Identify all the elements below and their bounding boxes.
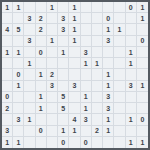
cell-r7c8[interactable] bbox=[92, 81, 103, 92]
cell-r5c8[interactable]: 1 bbox=[92, 58, 103, 69]
clue-grid: 1111013231014523111311301101311111012113… bbox=[2, 2, 148, 148]
cell-r5c1[interactable] bbox=[13, 58, 24, 69]
cell-r9c1[interactable] bbox=[13, 103, 24, 114]
cell-r4c2[interactable] bbox=[24, 47, 35, 58]
cell-r7c6[interactable]: 3 bbox=[69, 81, 80, 92]
cell-r11c3[interactable]: 0 bbox=[36, 126, 47, 137]
cell-r5c7[interactable]: 1 bbox=[81, 58, 92, 69]
cell-r3c0[interactable] bbox=[2, 36, 13, 47]
cell-r10c2[interactable]: 1 bbox=[24, 114, 35, 125]
cell-r0c4[interactable]: 1 bbox=[47, 2, 58, 13]
cell-r2c1[interactable]: 5 bbox=[13, 24, 24, 35]
puzzle-board: 1111013231014523111311301101311111012113… bbox=[0, 0, 150, 150]
cell-r5c3[interactable] bbox=[36, 58, 47, 69]
cell-r2c3[interactable]: 2 bbox=[36, 24, 47, 35]
cell-r10c6[interactable]: 4 bbox=[69, 114, 80, 125]
cell-r9c11[interactable] bbox=[126, 103, 137, 114]
cell-r7c11[interactable]: 3 bbox=[126, 81, 137, 92]
cell-r6c9[interactable]: 1 bbox=[103, 69, 114, 80]
cell-r8c10[interactable] bbox=[114, 92, 125, 103]
cell-r0c7[interactable] bbox=[81, 2, 92, 13]
cell-r3c1[interactable] bbox=[13, 36, 24, 47]
cell-r1c10[interactable] bbox=[114, 13, 125, 24]
cell-r7c4[interactable]: 3 bbox=[47, 81, 58, 92]
cell-r4c4[interactable] bbox=[47, 47, 58, 58]
cell-r12c2[interactable] bbox=[24, 137, 35, 148]
cell-r7c1[interactable]: 1 bbox=[13, 81, 24, 92]
cell-r4c7[interactable]: 3 bbox=[81, 47, 92, 58]
cell-r1c9[interactable]: 0 bbox=[103, 13, 114, 24]
cell-r11c2[interactable] bbox=[24, 126, 35, 137]
cell-r0c5[interactable] bbox=[58, 2, 69, 13]
cell-r3c9[interactable]: 3 bbox=[103, 36, 114, 47]
cell-r10c8[interactable] bbox=[92, 114, 103, 125]
cell-r12c7[interactable]: 0 bbox=[81, 137, 92, 148]
cell-r0c2[interactable] bbox=[24, 2, 35, 13]
cell-r9c4[interactable] bbox=[47, 103, 58, 114]
cell-r12c11[interactable]: 1 bbox=[126, 137, 137, 148]
cell-r5c5[interactable] bbox=[58, 58, 69, 69]
cell-r5c6[interactable] bbox=[69, 58, 80, 69]
cell-r9c6[interactable] bbox=[69, 103, 80, 114]
cell-r12c1[interactable]: 1 bbox=[13, 137, 24, 148]
cell-r4c9[interactable] bbox=[103, 47, 114, 58]
cell-r7c7[interactable] bbox=[81, 81, 92, 92]
cell-r6c7[interactable] bbox=[81, 69, 92, 80]
cell-r5c2[interactable]: 1 bbox=[24, 58, 35, 69]
cell-r1c2[interactable]: 3 bbox=[24, 13, 35, 24]
cell-r8c8[interactable] bbox=[92, 92, 103, 103]
cell-r4c8[interactable] bbox=[92, 47, 103, 58]
cell-r10c11[interactable]: 1 bbox=[126, 114, 137, 125]
cell-r1c1[interactable] bbox=[13, 13, 24, 24]
cell-r2c9[interactable]: 1 bbox=[103, 24, 114, 35]
cell-r6c2[interactable] bbox=[24, 69, 35, 80]
cell-r0c1[interactable]: 1 bbox=[13, 2, 24, 13]
cell-r6c6[interactable] bbox=[69, 69, 80, 80]
cell-r2c4[interactable] bbox=[47, 24, 58, 35]
cell-r0c12[interactable]: 1 bbox=[137, 2, 148, 13]
cell-r11c8[interactable]: 2 bbox=[92, 126, 103, 137]
cell-r4c6[interactable] bbox=[69, 47, 80, 58]
cell-r1c0[interactable] bbox=[2, 13, 13, 24]
cell-r4c11[interactable]: 1 bbox=[126, 47, 137, 58]
cell-r7c12[interactable]: 1 bbox=[137, 81, 148, 92]
cell-r11c0[interactable]: 3 bbox=[2, 126, 13, 137]
cell-r1c5[interactable]: 3 bbox=[58, 13, 69, 24]
cell-r1c8[interactable] bbox=[92, 13, 103, 24]
cell-r6c5[interactable] bbox=[58, 69, 69, 80]
cell-r2c8[interactable] bbox=[92, 24, 103, 35]
cell-r11c9[interactable]: 1 bbox=[103, 126, 114, 137]
cell-r10c12[interactable]: 0 bbox=[137, 114, 148, 125]
cell-r11c12[interactable] bbox=[137, 126, 148, 137]
cell-r0c0[interactable]: 1 bbox=[2, 2, 13, 13]
cell-r11c7[interactable] bbox=[81, 126, 92, 137]
cell-r8c7[interactable]: 1 bbox=[81, 92, 92, 103]
cell-r3c3[interactable] bbox=[36, 36, 47, 47]
cell-r4c0[interactable]: 1 bbox=[2, 47, 13, 58]
cell-r12c3[interactable] bbox=[36, 137, 47, 148]
cell-r3c2[interactable]: 3 bbox=[24, 36, 35, 47]
cell-r0c11[interactable]: 0 bbox=[126, 2, 137, 13]
cell-r0c10[interactable] bbox=[114, 2, 125, 13]
cell-r1c4[interactable] bbox=[47, 13, 58, 24]
cell-r7c9[interactable]: 1 bbox=[103, 81, 114, 92]
cell-r12c0[interactable]: 1 bbox=[2, 137, 13, 148]
cell-r10c3[interactable] bbox=[36, 114, 47, 125]
cell-r12c4[interactable] bbox=[47, 137, 58, 148]
cell-r9c10[interactable] bbox=[114, 103, 125, 114]
cell-r5c9[interactable] bbox=[103, 58, 114, 69]
cell-r4c3[interactable]: 0 bbox=[36, 47, 47, 58]
cell-r10c0[interactable] bbox=[2, 114, 13, 125]
cell-r8c9[interactable]: 3 bbox=[103, 92, 114, 103]
cell-r3c8[interactable] bbox=[92, 36, 103, 47]
cell-r3c12[interactable]: 0 bbox=[137, 36, 148, 47]
cell-r9c7[interactable]: 1 bbox=[81, 103, 92, 114]
cell-r0c8[interactable] bbox=[92, 2, 103, 13]
cell-r12c6[interactable] bbox=[69, 137, 80, 148]
cell-r3c6[interactable]: 1 bbox=[69, 36, 80, 47]
cell-r4c5[interactable]: 1 bbox=[58, 47, 69, 58]
cell-r8c12[interactable] bbox=[137, 92, 148, 103]
cell-r6c11[interactable] bbox=[126, 69, 137, 80]
cell-r11c11[interactable] bbox=[126, 126, 137, 137]
cell-r11c1[interactable] bbox=[13, 126, 24, 137]
cell-r9c0[interactable]: 2 bbox=[2, 103, 13, 114]
cell-r9c3[interactable]: 1 bbox=[36, 103, 47, 114]
cell-r2c5[interactable]: 3 bbox=[58, 24, 69, 35]
cell-r7c10[interactable] bbox=[114, 81, 125, 92]
cell-r6c0[interactable] bbox=[2, 69, 13, 80]
cell-r4c10[interactable] bbox=[114, 47, 125, 58]
cell-r5c12[interactable] bbox=[137, 58, 148, 69]
cell-r1c12[interactable]: 1 bbox=[137, 13, 148, 24]
cell-r12c10[interactable] bbox=[114, 137, 125, 148]
cell-r0c3[interactable] bbox=[36, 2, 47, 13]
cell-r11c5[interactable]: 1 bbox=[58, 126, 69, 137]
cell-r3c5[interactable] bbox=[58, 36, 69, 47]
cell-r6c10[interactable] bbox=[114, 69, 125, 80]
cell-r5c4[interactable] bbox=[47, 58, 58, 69]
cell-r2c10[interactable]: 1 bbox=[114, 24, 125, 35]
cell-r6c3[interactable]: 1 bbox=[36, 69, 47, 80]
cell-r10c1[interactable]: 3 bbox=[13, 114, 24, 125]
cell-r6c4[interactable]: 2 bbox=[47, 69, 58, 80]
cell-r8c0[interactable]: 0 bbox=[2, 92, 13, 103]
cell-r9c8[interactable] bbox=[92, 103, 103, 114]
cell-r3c10[interactable] bbox=[114, 36, 125, 47]
cell-r9c5[interactable]: 5 bbox=[58, 103, 69, 114]
cell-r2c11[interactable] bbox=[126, 24, 137, 35]
cell-r3c7[interactable] bbox=[81, 36, 92, 47]
cell-r7c5[interactable] bbox=[58, 81, 69, 92]
cell-r9c2[interactable] bbox=[24, 103, 35, 114]
cell-r12c12[interactable]: 1 bbox=[137, 137, 148, 148]
cell-r0c6[interactable]: 1 bbox=[69, 2, 80, 13]
cell-r2c2[interactable] bbox=[24, 24, 35, 35]
cell-r1c7[interactable] bbox=[81, 13, 92, 24]
cell-r3c11[interactable] bbox=[126, 36, 137, 47]
cell-r2c7[interactable] bbox=[81, 24, 92, 35]
cell-r9c12[interactable] bbox=[137, 103, 148, 114]
cell-r1c6[interactable]: 1 bbox=[69, 13, 80, 24]
cell-r11c10[interactable] bbox=[114, 126, 125, 137]
cell-r0c9[interactable] bbox=[103, 2, 114, 13]
cell-r1c11[interactable] bbox=[126, 13, 137, 24]
cell-r5c11[interactable]: 1 bbox=[126, 58, 137, 69]
cell-r5c10[interactable] bbox=[114, 58, 125, 69]
cell-r10c7[interactable]: 3 bbox=[81, 114, 92, 125]
cell-r2c0[interactable]: 4 bbox=[2, 24, 13, 35]
cell-r3c4[interactable]: 1 bbox=[47, 36, 58, 47]
cell-r8c5[interactable]: 5 bbox=[58, 92, 69, 103]
cell-r1c3[interactable]: 2 bbox=[36, 13, 47, 24]
cell-r7c2[interactable] bbox=[24, 81, 35, 92]
cell-r2c12[interactable] bbox=[137, 24, 148, 35]
cell-r4c12[interactable] bbox=[137, 47, 148, 58]
cell-r8c1[interactable] bbox=[13, 92, 24, 103]
cell-r7c3[interactable] bbox=[36, 81, 47, 92]
cell-r7c0[interactable] bbox=[2, 81, 13, 92]
cell-r8c3[interactable]: 1 bbox=[36, 92, 47, 103]
cell-r10c5[interactable] bbox=[58, 114, 69, 125]
cell-r8c11[interactable] bbox=[126, 92, 137, 103]
cell-r10c10[interactable] bbox=[114, 114, 125, 125]
cell-r6c8[interactable] bbox=[92, 69, 103, 80]
cell-r6c1[interactable]: 0 bbox=[13, 69, 24, 80]
cell-r4c1[interactable]: 1 bbox=[13, 47, 24, 58]
cell-r11c6[interactable]: 1 bbox=[69, 126, 80, 137]
cell-r8c2[interactable] bbox=[24, 92, 35, 103]
cell-r11c4[interactable] bbox=[47, 126, 58, 137]
cell-r8c4[interactable] bbox=[47, 92, 58, 103]
cell-r12c5[interactable]: 0 bbox=[58, 137, 69, 148]
cell-r10c4[interactable] bbox=[47, 114, 58, 125]
cell-r10c9[interactable]: 1 bbox=[103, 114, 114, 125]
cell-r12c9[interactable] bbox=[103, 137, 114, 148]
cell-r12c8[interactable] bbox=[92, 137, 103, 148]
cell-r8c6[interactable] bbox=[69, 92, 80, 103]
cell-r2c6[interactable]: 1 bbox=[69, 24, 80, 35]
cell-r6c12[interactable] bbox=[137, 69, 148, 80]
cell-r9c9[interactable]: 3 bbox=[103, 103, 114, 114]
cell-r5c0[interactable] bbox=[2, 58, 13, 69]
